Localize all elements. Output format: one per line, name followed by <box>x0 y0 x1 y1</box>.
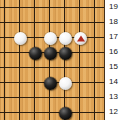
row-label-12: 12 <box>105 107 120 117</box>
grid-line-vertical <box>64 0 65 120</box>
grid-line-horizontal <box>0 112 104 113</box>
grid-line-vertical <box>19 0 20 120</box>
stone-black <box>59 107 72 120</box>
stone-black <box>44 77 57 90</box>
row-label-13: 13 <box>105 92 120 102</box>
go-problem-screenshot: 1918171615141312 <box>0 0 120 120</box>
go-board[interactable] <box>0 0 104 120</box>
grid-line-horizontal <box>0 67 104 68</box>
grid-line-vertical <box>79 0 80 120</box>
stone-white <box>44 32 57 45</box>
stone-black <box>44 47 57 60</box>
grid-line-vertical <box>49 0 50 120</box>
row-label-16: 16 <box>105 47 120 57</box>
stone-white <box>59 77 72 90</box>
grid-line-horizontal <box>0 22 104 23</box>
grid-line-vertical <box>94 0 95 120</box>
row-label-17: 17 <box>105 32 120 42</box>
row-coordinate-strip: 1918171615141312 <box>104 0 120 120</box>
stone-black <box>59 47 72 60</box>
row-label-14: 14 <box>105 77 120 87</box>
stone-white-marked <box>74 32 87 45</box>
row-label-19: 19 <box>105 2 120 12</box>
row-label-18: 18 <box>105 17 120 27</box>
grid-line-vertical <box>4 0 5 120</box>
row-label-15: 15 <box>105 62 120 72</box>
grid-line-horizontal <box>0 97 104 98</box>
stone-white <box>59 32 72 45</box>
grid-line-horizontal <box>0 7 104 8</box>
stone-white <box>14 32 27 45</box>
stone-black <box>29 47 42 60</box>
grid-line-vertical <box>34 0 35 120</box>
triangle-marker-icon <box>77 35 85 41</box>
